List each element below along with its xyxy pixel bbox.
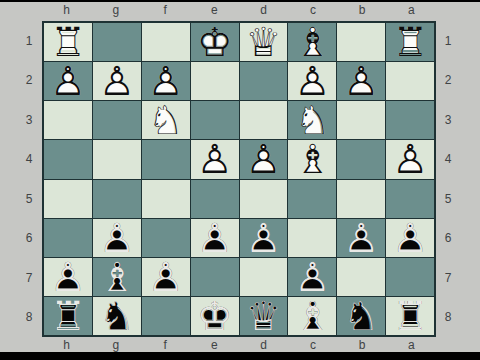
square-f2[interactable]: ♟♙	[142, 62, 190, 100]
square-g5[interactable]	[93, 180, 141, 218]
piece-fill-layer: ♝	[288, 140, 336, 178]
rank-labels-right: 12345678	[440, 21, 456, 337]
piece-fill-layer: ♚	[191, 297, 239, 335]
piece-outline-layer: ♙	[337, 219, 385, 257]
square-a7[interactable]	[386, 258, 434, 296]
rank-label-1: 1	[440, 21, 456, 61]
rank-labels-left: 12345678	[21, 21, 37, 337]
piece-outline-layer: ♙	[386, 219, 434, 257]
piece-outline-layer: ♖	[44, 297, 92, 335]
piece-fill-layer: ♟	[386, 140, 434, 178]
square-a2[interactable]	[386, 62, 434, 100]
square-c3[interactable]: ♞♘	[288, 101, 336, 139]
piece-outline-layer: ♙	[337, 62, 385, 100]
piece-white-bishop[interactable]: ♝♗	[288, 23, 336, 61]
piece-fill-layer: ♟	[288, 258, 336, 296]
square-g6[interactable]: ♟♙	[93, 219, 141, 257]
square-f5[interactable]	[142, 180, 190, 218]
file-label-a: a	[387, 3, 436, 17]
square-h1[interactable]: ♜♖	[44, 23, 92, 61]
piece-black-pawn[interactable]: ♟♙	[288, 258, 336, 296]
file-label-f: f	[141, 3, 190, 17]
file-label-c: c	[288, 3, 337, 17]
piece-outline-layer: ♕	[240, 297, 288, 335]
piece-fill-layer: ♜	[44, 23, 92, 61]
square-f7[interactable]: ♟♙	[142, 258, 190, 296]
piece-black-pawn[interactable]: ♟♙	[142, 258, 190, 296]
square-a6[interactable]: ♟♙	[386, 219, 434, 257]
piece-fill-layer: ♟	[240, 219, 288, 257]
rank-label-4: 4	[440, 140, 456, 180]
file-label-h: h	[42, 338, 91, 352]
square-h3[interactable]	[44, 101, 92, 139]
piece-white-pawn[interactable]: ♟♙	[288, 62, 336, 100]
piece-fill-layer: ♟	[337, 62, 385, 100]
piece-fill-layer: ♛	[240, 297, 288, 335]
square-a4[interactable]: ♟♙	[386, 140, 434, 178]
square-h4[interactable]	[44, 140, 92, 178]
piece-outline-layer: ♙	[386, 140, 434, 178]
piece-outline-layer: ♙	[93, 62, 141, 100]
piece-outline-layer: ♙	[288, 62, 336, 100]
rank-label-4: 4	[21, 140, 37, 180]
square-g4[interactable]	[93, 140, 141, 178]
piece-white-pawn[interactable]: ♟♙	[386, 140, 434, 178]
square-f6[interactable]	[142, 219, 190, 257]
piece-outline-layer: ♙	[142, 62, 190, 100]
square-e1[interactable]: ♚♔	[191, 23, 239, 61]
piece-outline-layer: ♗	[93, 258, 141, 296]
piece-fill-layer: ♟	[44, 62, 92, 100]
piece-outline-layer: ♘	[288, 101, 336, 139]
piece-white-rook[interactable]: ♜♖	[386, 23, 434, 61]
piece-outline-layer: ♙	[44, 62, 92, 100]
piece-black-king[interactable]: ♚♔	[191, 297, 239, 335]
square-c1[interactable]: ♝♗	[288, 23, 336, 61]
piece-outline-layer: ♙	[240, 140, 288, 178]
piece-black-pawn[interactable]: ♟♙	[93, 219, 141, 257]
piece-fill-layer: ♟	[191, 140, 239, 178]
rank-label-3: 3	[440, 100, 456, 140]
file-label-d: d	[239, 338, 288, 352]
square-e4[interactable]: ♟♙	[191, 140, 239, 178]
piece-white-queen[interactable]: ♛♕	[240, 23, 288, 61]
file-label-e: e	[190, 3, 239, 17]
piece-fill-layer: ♝	[288, 297, 336, 335]
piece-fill-layer: ♜	[386, 297, 434, 335]
piece-white-king[interactable]: ♚♔	[191, 23, 239, 61]
square-d2[interactable]	[240, 62, 288, 100]
piece-outline-layer: ♔	[191, 297, 239, 335]
piece-fill-layer: ♟	[240, 140, 288, 178]
piece-white-knight[interactable]: ♞♘	[142, 101, 190, 139]
piece-fill-layer: ♞	[93, 297, 141, 335]
piece-outline-layer: ♘	[93, 297, 141, 335]
square-b1[interactable]	[337, 23, 385, 61]
piece-white-pawn[interactable]: ♟♙	[44, 62, 92, 100]
piece-black-rook[interactable]: ♜♖	[386, 297, 434, 335]
piece-fill-layer: ♟	[386, 219, 434, 257]
file-label-d: d	[239, 3, 288, 17]
piece-black-knight[interactable]: ♞♘	[337, 297, 385, 335]
piece-fill-layer: ♟	[337, 219, 385, 257]
piece-outline-layer: ♙	[240, 219, 288, 257]
rank-label-6: 6	[21, 219, 37, 259]
square-a5[interactable]	[386, 180, 434, 218]
piece-fill-layer: ♜	[386, 23, 434, 61]
square-a3[interactable]	[386, 101, 434, 139]
square-d1[interactable]: ♛♕	[240, 23, 288, 61]
piece-fill-layer: ♝	[93, 258, 141, 296]
square-c2[interactable]: ♟♙	[288, 62, 336, 100]
square-d8[interactable]: ♛♕	[240, 297, 288, 335]
piece-white-pawn[interactable]: ♟♙	[337, 62, 385, 100]
piece-fill-layer: ♜	[44, 297, 92, 335]
piece-outline-layer: ♗	[288, 140, 336, 178]
square-d3[interactable]	[240, 101, 288, 139]
square-e8[interactable]: ♚♔	[191, 297, 239, 335]
file-label-b: b	[338, 338, 387, 352]
piece-fill-layer: ♝	[288, 23, 336, 61]
rank-label-5: 5	[440, 179, 456, 219]
square-b2[interactable]: ♟♙	[337, 62, 385, 100]
square-a1[interactable]: ♜♖	[386, 23, 434, 61]
piece-white-rook[interactable]: ♜♖	[44, 23, 92, 61]
rank-label-7: 7	[440, 258, 456, 298]
piece-outline-layer: ♘	[142, 101, 190, 139]
square-b4[interactable]	[337, 140, 385, 178]
square-e6[interactable]: ♟♙	[191, 219, 239, 257]
piece-black-knight[interactable]: ♞♘	[93, 297, 141, 335]
square-c6[interactable]	[288, 219, 336, 257]
square-c8[interactable]: ♝♗	[288, 297, 336, 335]
piece-black-pawn[interactable]: ♟♙	[44, 258, 92, 296]
square-h6[interactable]	[44, 219, 92, 257]
piece-black-pawn[interactable]: ♟♙	[386, 219, 434, 257]
rank-label-2: 2	[440, 61, 456, 101]
piece-outline-layer: ♖	[386, 297, 434, 335]
piece-outline-layer: ♖	[44, 23, 92, 61]
rank-label-1: 1	[21, 21, 37, 61]
piece-fill-layer: ♟	[44, 258, 92, 296]
piece-black-queen[interactable]: ♛♕	[240, 297, 288, 335]
file-label-g: g	[91, 338, 140, 352]
square-e3[interactable]	[191, 101, 239, 139]
square-d4[interactable]: ♟♙	[240, 140, 288, 178]
piece-fill-layer: ♟	[142, 62, 190, 100]
chess-board: ♜♖♚♔♛♕♝♗♜♖♟♙♟♙♟♙♟♙♟♙♞♘♞♘♟♙♟♙♝♗♟♙♟♙♟♙♟♙♟♙…	[42, 21, 436, 337]
piece-black-pawn[interactable]: ♟♙	[337, 219, 385, 257]
square-f1[interactable]	[142, 23, 190, 61]
square-c7[interactable]: ♟♙	[288, 258, 336, 296]
rank-label-8: 8	[440, 298, 456, 338]
piece-outline-layer: ♗	[288, 23, 336, 61]
piece-outline-layer: ♙	[191, 140, 239, 178]
piece-outline-layer: ♙	[288, 258, 336, 296]
piece-black-pawn[interactable]: ♟♙	[240, 219, 288, 257]
piece-white-knight[interactable]: ♞♘	[288, 101, 336, 139]
piece-outline-layer: ♕	[240, 23, 288, 61]
piece-fill-layer: ♞	[142, 101, 190, 139]
piece-outline-layer: ♙	[191, 219, 239, 257]
square-d7[interactable]	[240, 258, 288, 296]
piece-outline-layer: ♗	[288, 297, 336, 335]
square-a8[interactable]: ♜♖	[386, 297, 434, 335]
square-e2[interactable]	[191, 62, 239, 100]
piece-outline-layer: ♙	[93, 219, 141, 257]
piece-fill-layer: ♞	[288, 101, 336, 139]
chess-app-window: hgfedcba 12345678 ♜♖♚♔♛♕♝♗♜♖♟♙♟♙♟♙♟♙♟♙♞♘…	[0, 0, 480, 360]
piece-outline-layer: ♙	[44, 258, 92, 296]
file-label-f: f	[141, 338, 190, 352]
square-h2[interactable]: ♟♙	[44, 62, 92, 100]
piece-black-bishop[interactable]: ♝♗	[93, 258, 141, 296]
square-g3[interactable]	[93, 101, 141, 139]
square-g7[interactable]: ♝♗	[93, 258, 141, 296]
piece-outline-layer: ♖	[386, 23, 434, 61]
file-label-b: b	[338, 3, 387, 17]
square-f3[interactable]: ♞♘	[142, 101, 190, 139]
square-e7[interactable]	[191, 258, 239, 296]
square-e5[interactable]	[191, 180, 239, 218]
rank-label-7: 7	[21, 258, 37, 298]
piece-outline-layer: ♙	[142, 258, 190, 296]
square-b8[interactable]: ♞♘	[337, 297, 385, 335]
piece-black-pawn[interactable]: ♟♙	[191, 219, 239, 257]
square-c5[interactable]	[288, 180, 336, 218]
square-d5[interactable]	[240, 180, 288, 218]
square-d6[interactable]: ♟♙	[240, 219, 288, 257]
file-labels-bottom: hgfedcba	[42, 337, 436, 353]
file-labels-top: hgfedcba	[42, 2, 436, 18]
square-g1[interactable]	[93, 23, 141, 61]
piece-black-bishop[interactable]: ♝♗	[288, 297, 336, 335]
piece-fill-layer: ♟	[93, 62, 141, 100]
square-g8[interactable]: ♞♘	[93, 297, 141, 335]
piece-outline-layer: ♔	[191, 23, 239, 61]
file-label-h: h	[42, 3, 91, 17]
rank-label-6: 6	[440, 219, 456, 259]
file-label-e: e	[190, 338, 239, 352]
piece-fill-layer: ♟	[93, 219, 141, 257]
piece-fill-layer: ♚	[191, 23, 239, 61]
square-b6[interactable]: ♟♙	[337, 219, 385, 257]
rank-label-2: 2	[21, 61, 37, 101]
piece-fill-layer: ♟	[142, 258, 190, 296]
square-f8[interactable]	[142, 297, 190, 335]
piece-outline-layer: ♘	[337, 297, 385, 335]
square-h5[interactable]	[44, 180, 92, 218]
file-label-c: c	[288, 338, 337, 352]
piece-fill-layer: ♞	[337, 297, 385, 335]
square-g2[interactable]: ♟♙	[93, 62, 141, 100]
square-c4[interactable]: ♝♗	[288, 140, 336, 178]
square-f4[interactable]	[142, 140, 190, 178]
piece-fill-layer: ♟	[288, 62, 336, 100]
piece-white-bishop[interactable]: ♝♗	[288, 140, 336, 178]
rank-label-8: 8	[21, 298, 37, 338]
square-b7[interactable]	[337, 258, 385, 296]
rank-label-3: 3	[21, 100, 37, 140]
piece-fill-layer: ♛	[240, 23, 288, 61]
piece-white-pawn[interactable]: ♟♙	[93, 62, 141, 100]
rank-label-5: 5	[21, 179, 37, 219]
file-label-a: a	[387, 338, 436, 352]
piece-white-pawn[interactable]: ♟♙	[142, 62, 190, 100]
piece-fill-layer: ♟	[191, 219, 239, 257]
square-h8[interactable]: ♜♖	[44, 297, 92, 335]
piece-black-rook[interactable]: ♜♖	[44, 297, 92, 335]
square-b5[interactable]	[337, 180, 385, 218]
square-b3[interactable]	[337, 101, 385, 139]
piece-white-pawn[interactable]: ♟♙	[191, 140, 239, 178]
file-label-g: g	[91, 3, 140, 17]
piece-white-pawn[interactable]: ♟♙	[240, 140, 288, 178]
letterbox-bar-bottom	[0, 352, 480, 360]
square-h7[interactable]: ♟♙	[44, 258, 92, 296]
